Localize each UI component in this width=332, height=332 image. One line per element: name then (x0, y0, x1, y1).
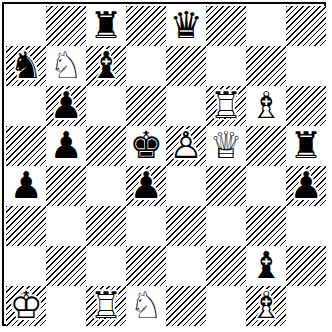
square-e3 (166, 206, 206, 246)
white-knight-icon: ♞♘ (46, 46, 86, 86)
square-d8 (126, 6, 166, 46)
square-f1 (206, 286, 246, 326)
square-h8 (286, 6, 326, 46)
square-g2: ♝ (246, 246, 286, 286)
white-bishop-icon: ♝♗ (246, 86, 286, 126)
square-e7 (166, 46, 206, 86)
black-knight-icon: ♞ (6, 46, 46, 86)
chess-board: ♜♛♞♞♘♝♟♜♖♝♗♟♚♟♙♛♕♜♟♟♟♝♚♔♜♖♞♘♝♗ (6, 6, 326, 326)
square-b6: ♟ (46, 86, 86, 126)
square-a4: ♟ (6, 166, 46, 206)
square-c8: ♜ (86, 6, 126, 46)
square-b5: ♟ (46, 126, 86, 166)
square-e2 (166, 246, 206, 286)
square-c6 (86, 86, 126, 126)
chess-diagram: ♜♛♞♞♘♝♟♜♖♝♗♟♚♟♙♛♕♜♟♟♟♝♚♔♜♖♞♘♝♗ (0, 0, 332, 332)
square-a6 (6, 86, 46, 126)
black-pawn-icon: ♟ (286, 166, 326, 206)
square-c3 (86, 206, 126, 246)
white-knight-icon: ♞♘ (126, 286, 166, 326)
square-h3 (286, 206, 326, 246)
square-c1: ♜♖ (86, 286, 126, 326)
white-rook-icon: ♜♖ (86, 286, 126, 326)
square-f4 (206, 166, 246, 206)
square-a7: ♞ (6, 46, 46, 86)
square-c7: ♝ (86, 46, 126, 86)
square-a1: ♚♔ (6, 286, 46, 326)
black-pawn-icon: ♟ (126, 166, 166, 206)
square-e5: ♟♙ (166, 126, 206, 166)
square-b3 (46, 206, 86, 246)
square-b4 (46, 166, 86, 206)
black-pawn-icon: ♟ (6, 166, 46, 206)
square-h1 (286, 286, 326, 326)
square-h7 (286, 46, 326, 86)
square-f5: ♛♕ (206, 126, 246, 166)
square-f3 (206, 206, 246, 246)
square-g1: ♝♗ (246, 286, 286, 326)
square-d5: ♚ (126, 126, 166, 166)
white-rook-icon: ♜♖ (206, 86, 246, 126)
square-d7 (126, 46, 166, 86)
square-c5 (86, 126, 126, 166)
square-h6 (286, 86, 326, 126)
square-b2 (46, 246, 86, 286)
square-d2 (126, 246, 166, 286)
square-f7 (206, 46, 246, 86)
black-pawn-icon: ♟ (46, 126, 86, 166)
square-d3 (126, 206, 166, 246)
square-f8 (206, 6, 246, 46)
square-h4: ♟ (286, 166, 326, 206)
square-a2 (6, 246, 46, 286)
square-f2 (206, 246, 246, 286)
square-a5 (6, 126, 46, 166)
black-rook-icon: ♜ (86, 6, 126, 46)
white-bishop-icon: ♝♗ (246, 286, 286, 326)
square-e6 (166, 86, 206, 126)
square-d6 (126, 86, 166, 126)
square-h5: ♜ (286, 126, 326, 166)
white-queen-icon: ♛♕ (206, 126, 246, 166)
square-b8 (46, 6, 86, 46)
square-a8 (6, 6, 46, 46)
square-b1 (46, 286, 86, 326)
white-king-icon: ♚♔ (6, 286, 46, 326)
square-g6: ♝♗ (246, 86, 286, 126)
black-queen-icon: ♛ (166, 6, 206, 46)
square-h2 (286, 246, 326, 286)
square-g8 (246, 6, 286, 46)
black-bishop-icon: ♝ (246, 246, 286, 286)
square-b7: ♞♘ (46, 46, 86, 86)
square-g7 (246, 46, 286, 86)
square-e8: ♛ (166, 6, 206, 46)
square-f6: ♜♖ (206, 86, 246, 126)
square-c2 (86, 246, 126, 286)
square-d1: ♞♘ (126, 286, 166, 326)
square-c4 (86, 166, 126, 206)
square-g5 (246, 126, 286, 166)
square-d4: ♟ (126, 166, 166, 206)
square-e1 (166, 286, 206, 326)
white-pawn-icon: ♟♙ (166, 126, 206, 166)
black-bishop-icon: ♝ (86, 46, 126, 86)
square-g4 (246, 166, 286, 206)
black-pawn-icon: ♟ (46, 86, 86, 126)
black-king-icon: ♚ (126, 126, 166, 166)
square-e4 (166, 166, 206, 206)
square-a3 (6, 206, 46, 246)
black-rook-icon: ♜ (286, 126, 326, 166)
square-g3 (246, 206, 286, 246)
